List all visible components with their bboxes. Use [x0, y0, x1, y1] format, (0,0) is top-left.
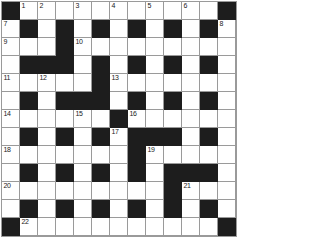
- cell-9-0[interactable]: [2, 164, 20, 182]
- black-cell-7-3: [56, 128, 74, 146]
- cell-12-8[interactable]: [146, 218, 164, 236]
- cell-2-9[interactable]: [164, 38, 182, 56]
- cell-4-6[interactable]: 13: [110, 74, 128, 92]
- black-cell-7-1: [20, 128, 38, 146]
- black-cell-1-3: [56, 20, 74, 38]
- cell-7-2[interactable]: [38, 128, 56, 146]
- cell-10-11[interactable]: [200, 182, 218, 200]
- black-cell-7-8: [146, 128, 164, 146]
- clue-number: 6: [184, 2, 188, 10]
- black-cell-12-0: [2, 218, 20, 236]
- clue-number: 9: [4, 38, 8, 46]
- cell-7-6[interactable]: 17: [110, 128, 128, 146]
- clue-number: 13: [112, 74, 119, 82]
- clue-number: 19: [148, 146, 155, 154]
- black-cell-5-1: [20, 92, 38, 110]
- cell-3-12[interactable]: [218, 56, 236, 74]
- cell-10-5[interactable]: [92, 182, 110, 200]
- cell-5-10[interactable]: [182, 92, 200, 110]
- black-cell-7-9: [164, 128, 182, 146]
- cell-0-2[interactable]: 2: [38, 2, 56, 20]
- cell-6-1[interactable]: [20, 110, 38, 128]
- black-cell-1-11: [200, 20, 218, 38]
- cell-4-7[interactable]: [128, 74, 146, 92]
- cell-2-12[interactable]: [218, 38, 236, 56]
- cell-12-7[interactable]: [128, 218, 146, 236]
- cell-6-3[interactable]: [56, 110, 74, 128]
- cell-2-6[interactable]: [110, 38, 128, 56]
- clue-number: 10: [76, 38, 83, 46]
- clue-number: 4: [112, 2, 116, 10]
- cell-12-9[interactable]: [164, 218, 182, 236]
- cell-10-8[interactable]: [146, 182, 164, 200]
- clue-number: 18: [4, 146, 11, 154]
- cell-8-4[interactable]: [74, 146, 92, 164]
- cell-2-8[interactable]: [146, 38, 164, 56]
- black-cell-0-12: [218, 2, 236, 20]
- cell-6-5[interactable]: [92, 110, 110, 128]
- cell-0-7[interactable]: [128, 2, 146, 20]
- cell-2-11[interactable]: [200, 38, 218, 56]
- clue-number: 3: [76, 2, 80, 10]
- cell-0-4[interactable]: 3: [74, 2, 92, 20]
- black-cell-4-5: [92, 74, 110, 92]
- cell-0-9[interactable]: [164, 2, 182, 20]
- cell-11-8[interactable]: [146, 200, 164, 218]
- black-cell-9-3: [56, 164, 74, 182]
- cell-8-8[interactable]: 19: [146, 146, 164, 164]
- cell-4-1[interactable]: [20, 74, 38, 92]
- cell-7-0[interactable]: [2, 128, 20, 146]
- clue-number: 7: [4, 20, 8, 28]
- black-cell-11-9: [164, 200, 182, 218]
- cell-4-10[interactable]: [182, 74, 200, 92]
- black-cell-1-5: [92, 20, 110, 38]
- cell-11-12[interactable]: [218, 200, 236, 218]
- cell-4-2[interactable]: 12: [38, 74, 56, 92]
- cell-6-8[interactable]: [146, 110, 164, 128]
- black-cell-1-9: [164, 20, 182, 38]
- crossword-page: 12345678910111213141516171819202122: [0, 0, 320, 237]
- cell-7-12[interactable]: [218, 128, 236, 146]
- cell-2-4[interactable]: 10: [74, 38, 92, 56]
- clue-number: 8: [220, 20, 224, 28]
- cell-3-6[interactable]: [110, 56, 128, 74]
- black-cell-3-3: [56, 56, 74, 74]
- black-cell-5-5: [92, 92, 110, 110]
- cell-12-4[interactable]: [74, 218, 92, 236]
- clue-number: 12: [40, 74, 47, 82]
- cell-10-6[interactable]: [110, 182, 128, 200]
- black-cell-3-7: [128, 56, 146, 74]
- cell-11-0[interactable]: [2, 200, 20, 218]
- cell-8-6[interactable]: [110, 146, 128, 164]
- cell-2-7[interactable]: [128, 38, 146, 56]
- black-cell-9-9: [164, 164, 182, 182]
- cell-9-4[interactable]: [74, 164, 92, 182]
- cell-8-12[interactable]: [218, 146, 236, 164]
- cell-3-8[interactable]: [146, 56, 164, 74]
- cell-6-4[interactable]: 15: [74, 110, 92, 128]
- cell-1-4[interactable]: [74, 20, 92, 38]
- cell-12-2[interactable]: [38, 218, 56, 236]
- cell-0-6[interactable]: 4: [110, 2, 128, 20]
- cell-5-12[interactable]: [218, 92, 236, 110]
- clue-number: 2: [40, 2, 44, 10]
- cell-1-8[interactable]: [146, 20, 164, 38]
- clue-number: 20: [4, 182, 11, 190]
- clue-number: 17: [112, 128, 119, 136]
- cell-3-0[interactable]: [2, 56, 20, 74]
- cell-8-0[interactable]: 18: [2, 146, 20, 164]
- cell-8-2[interactable]: [38, 146, 56, 164]
- cell-8-3[interactable]: [56, 146, 74, 164]
- black-cell-8-7: [128, 146, 146, 164]
- cell-5-2[interactable]: [38, 92, 56, 110]
- cell-12-11[interactable]: [200, 218, 218, 236]
- cell-12-1[interactable]: 22: [20, 218, 38, 236]
- cell-10-10[interactable]: 21: [182, 182, 200, 200]
- cell-4-11[interactable]: [200, 74, 218, 92]
- cell-0-8[interactable]: 5: [146, 2, 164, 20]
- black-cell-10-9: [164, 182, 182, 200]
- cell-9-12[interactable]: [218, 164, 236, 182]
- cell-10-0[interactable]: 20: [2, 182, 20, 200]
- cell-10-3[interactable]: [56, 182, 74, 200]
- clue-number: 5: [148, 2, 152, 10]
- black-cell-9-5: [92, 164, 110, 182]
- clue-number: 11: [4, 74, 11, 82]
- clue-number: 16: [130, 110, 137, 118]
- cell-11-10[interactable]: [182, 200, 200, 218]
- black-cell-5-4: [74, 92, 92, 110]
- cell-10-7[interactable]: [128, 182, 146, 200]
- black-cell-7-7: [128, 128, 146, 146]
- cell-9-6[interactable]: [110, 164, 128, 182]
- clue-number: 14: [4, 110, 11, 118]
- black-cell-7-11: [200, 128, 218, 146]
- cell-2-10[interactable]: [182, 38, 200, 56]
- cell-12-3[interactable]: [56, 218, 74, 236]
- cell-10-1[interactable]: [20, 182, 38, 200]
- cell-0-3[interactable]: [56, 2, 74, 20]
- cell-5-6[interactable]: [110, 92, 128, 110]
- cell-3-4[interactable]: [74, 56, 92, 74]
- cell-10-2[interactable]: [38, 182, 56, 200]
- black-cell-11-7: [128, 200, 146, 218]
- cell-6-11[interactable]: [200, 110, 218, 128]
- cell-2-2[interactable]: [38, 38, 56, 56]
- cell-12-5[interactable]: [92, 218, 110, 236]
- clue-number: 22: [22, 218, 29, 226]
- cell-0-1[interactable]: 1: [20, 2, 38, 20]
- cell-4-0[interactable]: 11: [2, 74, 20, 92]
- cell-4-9[interactable]: [164, 74, 182, 92]
- black-cell-9-10: [182, 164, 200, 182]
- cell-0-11[interactable]: [200, 2, 218, 20]
- crossword-grid: 12345678910111213141516171819202122: [1, 1, 237, 237]
- clue-number: 21: [184, 182, 191, 190]
- cell-4-12[interactable]: [218, 74, 236, 92]
- cell-2-0[interactable]: 9: [2, 38, 20, 56]
- black-cell-9-11: [200, 164, 218, 182]
- cell-10-12[interactable]: [218, 182, 236, 200]
- cell-5-0[interactable]: [2, 92, 20, 110]
- cell-6-2[interactable]: [38, 110, 56, 128]
- clue-number: 1: [22, 2, 26, 10]
- cell-0-5[interactable]: [92, 2, 110, 20]
- cell-9-8[interactable]: [146, 164, 164, 182]
- cell-1-12[interactable]: 8: [218, 20, 236, 38]
- black-cell-12-12: [218, 218, 236, 236]
- black-cell-11-1: [20, 200, 38, 218]
- black-cell-9-1: [20, 164, 38, 182]
- cell-11-2[interactable]: [38, 200, 56, 218]
- black-cell-5-3: [56, 92, 74, 110]
- black-cell-5-11: [200, 92, 218, 110]
- black-cell-3-1: [20, 56, 38, 74]
- black-cell-7-5: [92, 128, 110, 146]
- cell-7-10[interactable]: [182, 128, 200, 146]
- cell-1-2[interactable]: [38, 20, 56, 38]
- black-cell-5-7: [128, 92, 146, 110]
- cell-1-0[interactable]: 7: [2, 20, 20, 38]
- black-cell-11-3: [56, 200, 74, 218]
- cell-11-6[interactable]: [110, 200, 128, 218]
- black-cell-2-3: [56, 38, 74, 56]
- black-cell-3-9: [164, 56, 182, 74]
- black-cell-3-2: [38, 56, 56, 74]
- cell-11-4[interactable]: [74, 200, 92, 218]
- cell-6-9[interactable]: [164, 110, 182, 128]
- cell-2-5[interactable]: [92, 38, 110, 56]
- black-cell-0-0: [2, 2, 20, 20]
- cell-6-7[interactable]: 16: [128, 110, 146, 128]
- black-cell-1-1: [20, 20, 38, 38]
- cell-12-10[interactable]: [182, 218, 200, 236]
- black-cell-6-6: [110, 110, 128, 128]
- black-cell-9-7: [128, 164, 146, 182]
- cell-12-6[interactable]: [110, 218, 128, 236]
- cell-6-0[interactable]: 14: [2, 110, 20, 128]
- cell-9-2[interactable]: [38, 164, 56, 182]
- cell-4-4[interactable]: [74, 74, 92, 92]
- cell-3-10[interactable]: [182, 56, 200, 74]
- cell-1-6[interactable]: [110, 20, 128, 38]
- cell-4-8[interactable]: [146, 74, 164, 92]
- cell-4-3[interactable]: [56, 74, 74, 92]
- cell-8-5[interactable]: [92, 146, 110, 164]
- cell-6-10[interactable]: [182, 110, 200, 128]
- black-cell-3-11: [200, 56, 218, 74]
- cell-2-1[interactable]: [20, 38, 38, 56]
- black-cell-5-9: [164, 92, 182, 110]
- black-cell-11-5: [92, 200, 110, 218]
- cell-1-10[interactable]: [182, 20, 200, 38]
- cell-5-8[interactable]: [146, 92, 164, 110]
- black-cell-11-11: [200, 200, 218, 218]
- cell-8-9[interactable]: [164, 146, 182, 164]
- cell-8-11[interactable]: [200, 146, 218, 164]
- black-cell-1-7: [128, 20, 146, 38]
- cell-6-12[interactable]: [218, 110, 236, 128]
- cell-0-10[interactable]: 6: [182, 2, 200, 20]
- cell-7-4[interactable]: [74, 128, 92, 146]
- cell-8-10[interactable]: [182, 146, 200, 164]
- cell-10-4[interactable]: [74, 182, 92, 200]
- black-cell-3-5: [92, 56, 110, 74]
- clue-number: 15: [76, 110, 83, 118]
- cell-8-1[interactable]: [20, 146, 38, 164]
